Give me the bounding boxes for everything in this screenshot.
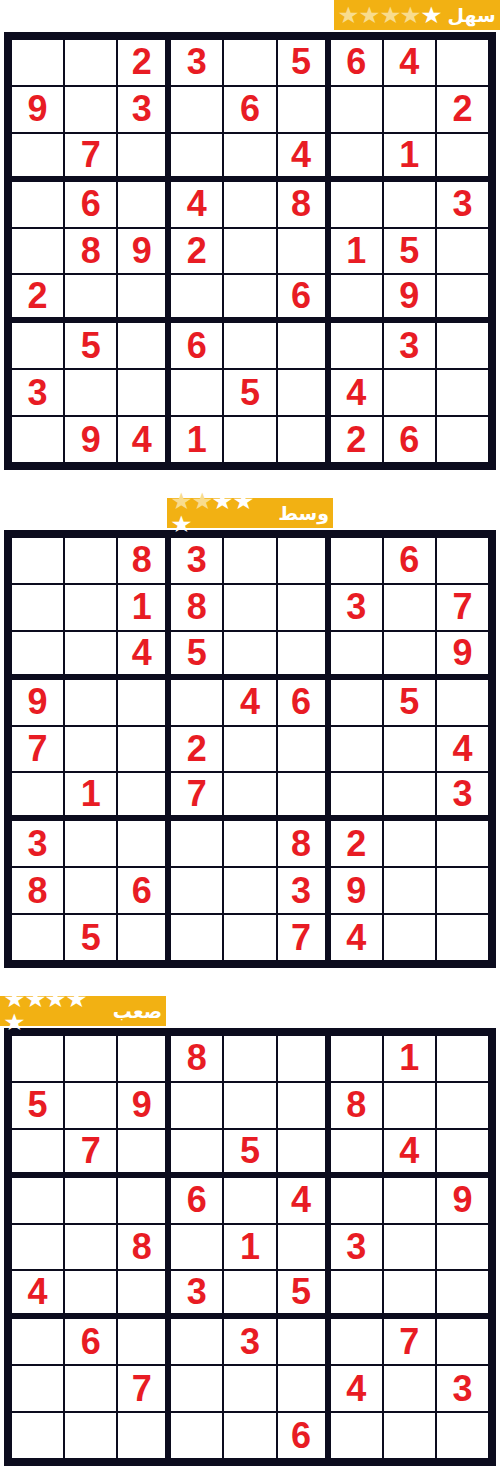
banner-row-easy: ★★★★★ سهل	[0, 0, 500, 30]
star-filled-icon: ★	[211, 490, 233, 513]
sudoku-cell-medium-r1c9[interactable]	[436, 537, 489, 584]
star-empty-icon: ★	[191, 490, 213, 513]
difficulty-label-medium: وسط	[278, 504, 329, 523]
sudoku-cell-medium-r7c9[interactable]	[436, 820, 489, 867]
sudoku-cell-medium-r3c5[interactable]	[223, 631, 276, 679]
star-empty-icon: ★	[338, 4, 360, 27]
sudoku-cell-hard-r7c4[interactable]	[170, 1318, 223, 1365]
sudoku-cell-medium-r2c8[interactable]	[383, 584, 436, 631]
sudoku-cell-easy-r4c1[interactable]	[11, 181, 64, 228]
sudoku-page: ★★★★★ سهل 235649362741648389215269563354…	[0, 0, 500, 1466]
sudoku-cell-medium-r9c7: 4	[330, 914, 383, 961]
sudoku-cell-medium-r2c6[interactable]	[277, 584, 330, 631]
sudoku-cell-hard-r2c9[interactable]	[436, 1082, 489, 1129]
sudoku-cell-easy-r2c4[interactable]	[170, 86, 223, 133]
star-filled-icon: ★	[232, 490, 254, 513]
banner-row-hard: ★★★★★ صعب	[0, 996, 500, 1026]
sudoku-cell-easy-r8c7: 4	[330, 369, 383, 416]
sudoku-cell-easy-r2c9: 2	[436, 86, 489, 133]
sudoku-cell-medium-r2c7: 3	[330, 584, 383, 631]
star-filled-icon: ★	[420, 4, 442, 27]
sudoku-cell-medium-r8c2[interactable]	[64, 867, 117, 914]
sudoku-cell-easy-r2c1: 9	[11, 86, 64, 133]
banner-row-medium: ★★★★★ وسط	[0, 498, 500, 528]
sudoku-cell-medium-r6c5[interactable]	[223, 772, 276, 820]
sudoku-cell-easy-r3c4[interactable]	[170, 133, 223, 181]
difficulty-banner-hard: ★★★★★ صعب	[0, 996, 166, 1026]
sudoku-cell-medium-r9c6: 7	[277, 914, 330, 961]
sudoku-cell-hard-r4c1[interactable]	[11, 1177, 64, 1224]
star-filled-icon: ★	[65, 988, 87, 1011]
sudoku-cell-hard-r4c2[interactable]	[64, 1177, 117, 1224]
sudoku-cell-medium-r8c6: 3	[277, 867, 330, 914]
sudoku-cell-hard-r2c7: 8	[330, 1082, 383, 1129]
sudoku-cell-hard-r1c9[interactable]	[436, 1035, 489, 1082]
sudoku-cell-hard-r6c8[interactable]	[383, 1270, 436, 1318]
sudoku-cell-hard-r5c4[interactable]	[170, 1224, 223, 1271]
sudoku-cell-medium-r9c3[interactable]	[117, 914, 170, 961]
sudoku-cell-hard-r8c9: 3	[436, 1365, 489, 1412]
sudoku-cell-hard-r1c7[interactable]	[330, 1035, 383, 1082]
sudoku-cell-medium-r5c2[interactable]	[64, 726, 117, 773]
sudoku-cell-medium-r5c6[interactable]	[277, 726, 330, 773]
sudoku-cell-medium-r7c1: 3	[11, 820, 64, 867]
sudoku-cell-hard-r2c5[interactable]	[223, 1082, 276, 1129]
sudoku-cell-easy-r1c2[interactable]	[64, 39, 117, 86]
sudoku-cell-medium-r1c4: 3	[170, 537, 223, 584]
sudoku-cell-hard-r9c6: 6	[277, 1412, 330, 1459]
sudoku-cell-hard-r1c8: 1	[383, 1035, 436, 1082]
sudoku-cell-medium-r6c2: 1	[64, 772, 117, 820]
sudoku-cell-hard-r4c7[interactable]	[330, 1177, 383, 1224]
sudoku-grid-medium: 836183745994657241733828639574	[4, 530, 496, 968]
sudoku-cell-medium-r4c9[interactable]	[436, 679, 489, 726]
sudoku-cell-easy-r3c9[interactable]	[436, 133, 489, 181]
difficulty-banner-easy: ★★★★★ سهل	[334, 0, 500, 30]
sudoku-cell-easy-r7c8: 3	[383, 322, 436, 369]
sudoku-cell-easy-r5c9[interactable]	[436, 228, 489, 275]
sudoku-cell-medium-r1c3: 8	[117, 537, 170, 584]
difficulty-banner-medium: ★★★★★ وسط	[167, 498, 333, 528]
sudoku-cell-easy-r8c9[interactable]	[436, 369, 489, 416]
sudoku-cell-hard-r5c3: 8	[117, 1224, 170, 1271]
sudoku-cell-easy-r4c8[interactable]	[383, 181, 436, 228]
sudoku-cell-medium-r5c4: 2	[170, 726, 223, 773]
sudoku-cell-medium-r4c6: 6	[277, 679, 330, 726]
sudoku-cell-hard-r1c5[interactable]	[223, 1035, 276, 1082]
sudoku-cell-medium-r2c9: 7	[436, 584, 489, 631]
sudoku-cell-hard-r7c5: 3	[223, 1318, 276, 1365]
sudoku-cell-hard-r6c1: 4	[11, 1270, 64, 1318]
sudoku-cell-medium-r2c4: 8	[170, 584, 223, 631]
sudoku-cell-easy-r5c4: 2	[170, 228, 223, 275]
star-filled-icon: ★	[24, 988, 46, 1011]
sudoku-cell-easy-r2c2[interactable]	[64, 86, 117, 133]
sudoku-cell-medium-r2c3: 1	[117, 584, 170, 631]
sudoku-cell-medium-r3c6[interactable]	[277, 631, 330, 679]
sudoku-cell-medium-r5c8[interactable]	[383, 726, 436, 773]
sudoku-cell-easy-r3c2: 7	[64, 133, 117, 181]
sudoku-cell-hard-r6c9[interactable]	[436, 1270, 489, 1318]
sudoku-cell-hard-r6c3[interactable]	[117, 1270, 170, 1318]
sudoku-cell-medium-r3c7[interactable]	[330, 631, 383, 679]
sudoku-cell-hard-r9c3[interactable]	[117, 1412, 170, 1459]
sudoku-cell-medium-r8c3: 6	[117, 867, 170, 914]
sudoku-cell-medium-r7c2[interactable]	[64, 820, 117, 867]
sudoku-cell-medium-r3c3: 4	[117, 631, 170, 679]
sudoku-cell-easy-r5c2: 8	[64, 228, 117, 275]
sudoku-cell-hard-r7c3[interactable]	[117, 1318, 170, 1365]
sudoku-cell-easy-r7c9[interactable]	[436, 322, 489, 369]
sudoku-grid-hard: 815987546498134356377436	[4, 1028, 496, 1466]
sudoku-cell-easy-r6c2[interactable]	[64, 274, 117, 322]
sudoku-cell-hard-r5c8[interactable]	[383, 1224, 436, 1271]
sudoku-cell-easy-r8c8[interactable]	[383, 369, 436, 416]
difficulty-label-easy: سهل	[447, 6, 495, 25]
sudoku-cell-medium-r9c2: 5	[64, 914, 117, 961]
sudoku-cell-medium-r9c4[interactable]	[170, 914, 223, 961]
sudoku-cell-medium-r3c1[interactable]	[11, 631, 64, 679]
sudoku-cell-hard-r8c7: 4	[330, 1365, 383, 1412]
sudoku-cell-medium-r9c9[interactable]	[436, 914, 489, 961]
sudoku-cell-hard-r1c4: 8	[170, 1035, 223, 1082]
sudoku-cell-easy-r1c6: 5	[277, 39, 330, 86]
sudoku-cell-hard-r8c2[interactable]	[64, 1365, 117, 1412]
sudoku-cell-easy-r7c4: 6	[170, 322, 223, 369]
sudoku-cell-easy-r8c2[interactable]	[64, 369, 117, 416]
sudoku-cell-easy-r5c6[interactable]	[277, 228, 330, 275]
sudoku-cell-hard-r2c4[interactable]	[170, 1082, 223, 1129]
sudoku-cell-hard-r1c2[interactable]	[64, 1035, 117, 1082]
sudoku-cell-hard-r5c9[interactable]	[436, 1224, 489, 1271]
sudoku-cell-hard-r8c6[interactable]	[277, 1365, 330, 1412]
sudoku-cell-hard-r5c7: 3	[330, 1224, 383, 1271]
sudoku-cell-hard-r4c9: 9	[436, 1177, 489, 1224]
sudoku-cell-easy-r9c9[interactable]	[436, 416, 489, 463]
sudoku-cell-hard-r1c6[interactable]	[277, 1035, 330, 1082]
sudoku-cell-hard-r6c5[interactable]	[223, 1270, 276, 1318]
star-empty-icon: ★	[399, 4, 421, 27]
sudoku-cell-easy-r1c3: 2	[117, 39, 170, 86]
sudoku-cell-easy-r8c1: 3	[11, 369, 64, 416]
sudoku-cell-medium-r1c7[interactable]	[330, 537, 383, 584]
sudoku-cell-easy-r7c3[interactable]	[117, 322, 170, 369]
star-filled-icon: ★	[3, 988, 25, 1011]
sudoku-cell-easy-r1c1[interactable]	[11, 39, 64, 86]
sudoku-cell-easy-r9c7: 2	[330, 416, 383, 463]
sudoku-cell-easy-r3c1[interactable]	[11, 133, 64, 181]
sudoku-cell-hard-r2c2[interactable]	[64, 1082, 117, 1129]
sudoku-cell-medium-r7c7: 2	[330, 820, 383, 867]
sudoku-cell-hard-r5c5: 1	[223, 1224, 276, 1271]
sudoku-cell-hard-r4c5[interactable]	[223, 1177, 276, 1224]
sudoku-cell-medium-r6c6[interactable]	[277, 772, 330, 820]
sudoku-cell-easy-r2c3: 3	[117, 86, 170, 133]
sudoku-cell-medium-r3c9: 9	[436, 631, 489, 679]
sudoku-cell-medium-r4c7[interactable]	[330, 679, 383, 726]
sudoku-cell-hard-r9c2[interactable]	[64, 1412, 117, 1459]
sudoku-cell-easy-r5c7: 1	[330, 228, 383, 275]
sudoku-cell-medium-r6c1[interactable]	[11, 772, 64, 820]
sudoku-cell-easy-r7c7[interactable]	[330, 322, 383, 369]
sudoku-cell-medium-r9c1[interactable]	[11, 914, 64, 961]
sudoku-cell-hard-r9c1[interactable]	[11, 1412, 64, 1459]
sudoku-cell-hard-r2c6[interactable]	[277, 1082, 330, 1129]
sudoku-cell-easy-r7c6[interactable]	[277, 322, 330, 369]
sudoku-cell-easy-r2c5: 6	[223, 86, 276, 133]
sudoku-cell-easy-r8c6[interactable]	[277, 369, 330, 416]
star-filled-icon: ★	[170, 513, 192, 536]
star-rating-easy: ★★★★★	[338, 4, 441, 27]
sudoku-cell-hard-r6c2[interactable]	[64, 1270, 117, 1318]
sudoku-cell-easy-r3c3[interactable]	[117, 133, 170, 181]
sudoku-cell-easy-r8c3[interactable]	[117, 369, 170, 416]
sudoku-cell-medium-r3c2[interactable]	[64, 631, 117, 679]
sudoku-cell-hard-r3c5: 5	[223, 1129, 276, 1177]
sudoku-cell-easy-r4c3[interactable]	[117, 181, 170, 228]
sudoku-cell-medium-r6c9: 3	[436, 772, 489, 820]
star-filled-icon: ★	[44, 988, 66, 1011]
sudoku-cell-easy-r4c7[interactable]	[330, 181, 383, 228]
sudoku-cell-hard-r3c1[interactable]	[11, 1129, 64, 1177]
sudoku-cell-hard-r6c6: 5	[277, 1270, 330, 1318]
sudoku-cell-easy-r6c9[interactable]	[436, 274, 489, 322]
sudoku-cell-medium-r4c2[interactable]	[64, 679, 117, 726]
difficulty-label-hard: صعب	[113, 1002, 162, 1021]
sudoku-cell-easy-r6c3[interactable]	[117, 274, 170, 322]
sudoku-cell-hard-r7c6[interactable]	[277, 1318, 330, 1365]
sudoku-cell-hard-r3c9[interactable]	[436, 1129, 489, 1177]
sudoku-cell-easy-r3c5[interactable]	[223, 133, 276, 181]
sudoku-cell-easy-r3c7[interactable]	[330, 133, 383, 181]
sudoku-cell-medium-r4c1: 9	[11, 679, 64, 726]
sudoku-cell-easy-r8c5: 5	[223, 369, 276, 416]
sudoku-cell-easy-r4c9: 3	[436, 181, 489, 228]
sudoku-cell-medium-r7c5[interactable]	[223, 820, 276, 867]
sudoku-cell-easy-r1c5[interactable]	[223, 39, 276, 86]
sudoku-cell-medium-r1c8: 6	[383, 537, 436, 584]
sudoku-cell-hard-r7c8: 7	[383, 1318, 436, 1365]
sudoku-cell-medium-r1c1[interactable]	[11, 537, 64, 584]
sudoku-cell-medium-r4c4[interactable]	[170, 679, 223, 726]
sudoku-cell-easy-r8c4[interactable]	[170, 369, 223, 416]
sudoku-cell-easy-r9c8: 6	[383, 416, 436, 463]
sudoku-cell-easy-r9c1[interactable]	[11, 416, 64, 463]
sudoku-cell-easy-r5c1[interactable]	[11, 228, 64, 275]
sudoku-cell-easy-r2c7[interactable]	[330, 86, 383, 133]
sudoku-cell-hard-r2c3: 9	[117, 1082, 170, 1129]
sudoku-cell-medium-r3c8[interactable]	[383, 631, 436, 679]
sudoku-section-hard: ★★★★★ صعب 815987546498134356377436	[0, 996, 500, 1466]
sudoku-cell-hard-r8c8[interactable]	[383, 1365, 436, 1412]
sudoku-cell-hard-r7c2: 6	[64, 1318, 117, 1365]
sudoku-cell-medium-r3c4: 5	[170, 631, 223, 679]
sudoku-cell-medium-r1c2[interactable]	[64, 537, 117, 584]
sudoku-cell-hard-r8c3: 7	[117, 1365, 170, 1412]
sudoku-cell-easy-r5c5[interactable]	[223, 228, 276, 275]
sudoku-cell-hard-r8c4[interactable]	[170, 1365, 223, 1412]
sudoku-cell-medium-r7c8[interactable]	[383, 820, 436, 867]
sudoku-cell-hard-r9c4[interactable]	[170, 1412, 223, 1459]
sudoku-cell-hard-r6c7[interactable]	[330, 1270, 383, 1318]
sudoku-cell-medium-r6c4: 7	[170, 772, 223, 820]
sudoku-cell-hard-r9c9[interactable]	[436, 1412, 489, 1459]
sudoku-cell-medium-r2c1[interactable]	[11, 584, 64, 631]
sudoku-cell-medium-r2c2[interactable]	[64, 584, 117, 631]
star-rating-medium: ★★★★★	[171, 490, 272, 536]
star-filled-icon: ★	[3, 1011, 25, 1034]
sudoku-cell-medium-r1c5[interactable]	[223, 537, 276, 584]
sudoku-cell-hard-r2c1: 5	[11, 1082, 64, 1129]
sudoku-cell-medium-r8c1: 8	[11, 867, 64, 914]
star-empty-icon: ★	[358, 4, 380, 27]
sudoku-cell-hard-r4c4: 6	[170, 1177, 223, 1224]
sudoku-cell-medium-r7c4[interactable]	[170, 820, 223, 867]
sudoku-cell-medium-r8c4[interactable]	[170, 867, 223, 914]
sudoku-cell-hard-r4c3[interactable]	[117, 1177, 170, 1224]
sudoku-cell-medium-r4c5: 4	[223, 679, 276, 726]
sudoku-cell-easy-r5c3: 9	[117, 228, 170, 275]
sudoku-cell-medium-r9c8[interactable]	[383, 914, 436, 961]
sudoku-cell-hard-r6c4: 3	[170, 1270, 223, 1318]
sudoku-cell-easy-r9c3: 4	[117, 416, 170, 463]
sudoku-cell-easy-r3c8: 1	[383, 133, 436, 181]
sudoku-cell-easy-r1c9[interactable]	[436, 39, 489, 86]
sudoku-cell-easy-r1c4: 3	[170, 39, 223, 86]
sudoku-cell-easy-r4c2: 6	[64, 181, 117, 228]
star-rating-hard: ★★★★★	[4, 988, 107, 1034]
sudoku-cell-easy-r3c6: 4	[277, 133, 330, 181]
sudoku-cell-medium-r5c9: 4	[436, 726, 489, 773]
sudoku-cell-hard-r4c6: 4	[277, 1177, 330, 1224]
sudoku-cell-medium-r7c6: 8	[277, 820, 330, 867]
sudoku-cell-easy-r7c1[interactable]	[11, 322, 64, 369]
sudoku-cell-hard-r5c1[interactable]	[11, 1224, 64, 1271]
sudoku-cell-hard-r7c9[interactable]	[436, 1318, 489, 1365]
sudoku-cell-medium-r6c3[interactable]	[117, 772, 170, 820]
sudoku-cell-hard-r2c8[interactable]	[383, 1082, 436, 1129]
sudoku-cell-easy-r6c4[interactable]	[170, 274, 223, 322]
sudoku-cell-medium-r5c5[interactable]	[223, 726, 276, 773]
sudoku-cell-easy-r9c2: 9	[64, 416, 117, 463]
sudoku-cell-easy-r4c6: 8	[277, 181, 330, 228]
sudoku-cell-hard-r9c8[interactable]	[383, 1412, 436, 1459]
sudoku-cell-medium-r4c3[interactable]	[117, 679, 170, 726]
sudoku-cell-medium-r5c1: 7	[11, 726, 64, 773]
sudoku-cell-hard-r5c2[interactable]	[64, 1224, 117, 1271]
sudoku-cell-hard-r8c5[interactable]	[223, 1365, 276, 1412]
sudoku-cell-medium-r6c7[interactable]	[330, 772, 383, 820]
sudoku-cell-easy-r9c5[interactable]	[223, 416, 276, 463]
sudoku-cell-hard-r5c6[interactable]	[277, 1224, 330, 1271]
sudoku-cell-easy-r7c5[interactable]	[223, 322, 276, 369]
sudoku-cell-easy-r7c2: 5	[64, 322, 117, 369]
sudoku-cell-easy-r6c7[interactable]	[330, 274, 383, 322]
sudoku-cell-easy-r6c5[interactable]	[223, 274, 276, 322]
sudoku-cell-hard-r1c3[interactable]	[117, 1035, 170, 1082]
sudoku-cell-medium-r1c6[interactable]	[277, 537, 330, 584]
sudoku-cell-hard-r9c7[interactable]	[330, 1412, 383, 1459]
sudoku-cell-medium-r8c5[interactable]	[223, 867, 276, 914]
sudoku-cell-hard-r3c4[interactable]	[170, 1129, 223, 1177]
sudoku-cell-medium-r8c8[interactable]	[383, 867, 436, 914]
sudoku-cell-hard-r4c8[interactable]	[383, 1177, 436, 1224]
sudoku-cell-medium-r4c8: 5	[383, 679, 436, 726]
sudoku-cell-easy-r6c6: 6	[277, 274, 330, 322]
sudoku-cell-hard-r3c8: 4	[383, 1129, 436, 1177]
star-empty-icon: ★	[379, 4, 401, 27]
sudoku-cell-medium-r2c5[interactable]	[223, 584, 276, 631]
sudoku-cell-hard-r3c7[interactable]	[330, 1129, 383, 1177]
sudoku-cell-hard-r7c7[interactable]	[330, 1318, 383, 1365]
sudoku-cell-easy-r9c4: 1	[170, 416, 223, 463]
sudoku-cell-medium-r5c3[interactable]	[117, 726, 170, 773]
sudoku-cell-hard-r1c1[interactable]	[11, 1035, 64, 1082]
sudoku-cell-medium-r8c9[interactable]	[436, 867, 489, 914]
sudoku-cell-easy-r6c1: 2	[11, 274, 64, 322]
star-empty-icon: ★	[170, 490, 192, 513]
sudoku-cell-easy-r4c4: 4	[170, 181, 223, 228]
sudoku-section-easy: ★★★★★ سهل 235649362741648389215269563354…	[0, 0, 500, 470]
sudoku-cell-easy-r1c8: 4	[383, 39, 436, 86]
sudoku-cell-hard-r3c2: 7	[64, 1129, 117, 1177]
sudoku-cell-easy-r2c6[interactable]	[277, 86, 330, 133]
sudoku-cell-hard-r7c1[interactable]	[11, 1318, 64, 1365]
sudoku-cell-hard-r3c3[interactable]	[117, 1129, 170, 1177]
sudoku-grid-easy: 23564936274164838921526956335494126	[4, 32, 496, 470]
sudoku-cell-medium-r6c8[interactable]	[383, 772, 436, 820]
sudoku-cell-medium-r7c3[interactable]	[117, 820, 170, 867]
sudoku-cell-easy-r9c6[interactable]	[277, 416, 330, 463]
sudoku-cell-easy-r2c8[interactable]	[383, 86, 436, 133]
sudoku-cell-hard-r3c6[interactable]	[277, 1129, 330, 1177]
sudoku-cell-easy-r1c7: 6	[330, 39, 383, 86]
sudoku-cell-medium-r5c7[interactable]	[330, 726, 383, 773]
sudoku-cell-hard-r8c1[interactable]	[11, 1365, 64, 1412]
sudoku-section-medium: ★★★★★ وسط 836183745994657241733828639574	[0, 498, 500, 968]
sudoku-cell-easy-r4c5[interactable]	[223, 181, 276, 228]
sudoku-cell-medium-r8c7: 9	[330, 867, 383, 914]
sudoku-cell-hard-r9c5[interactable]	[223, 1412, 276, 1459]
sudoku-cell-easy-r6c8: 9	[383, 274, 436, 322]
sudoku-cell-medium-r9c5[interactable]	[223, 914, 276, 961]
sudoku-cell-easy-r5c8: 5	[383, 228, 436, 275]
